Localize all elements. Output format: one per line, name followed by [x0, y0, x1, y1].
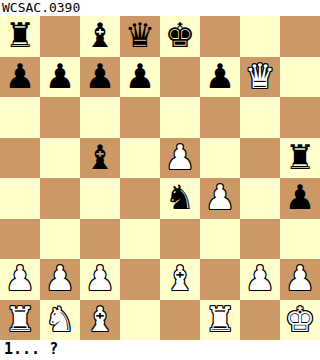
square-e2[interactable]: ♝ — [160, 259, 200, 300]
square-a8[interactable]: ♜ — [0, 16, 40, 57]
black-pawn: ♟ — [285, 180, 315, 214]
white-bishop: ♝ — [165, 261, 195, 295]
square-a6[interactable] — [0, 97, 40, 138]
black-pawn: ♟ — [205, 59, 235, 93]
square-d6[interactable] — [120, 97, 160, 138]
square-d2[interactable] — [120, 259, 160, 300]
square-b7[interactable]: ♟ — [40, 57, 80, 98]
black-knight: ♞ — [165, 180, 195, 214]
white-pawn: ♟ — [165, 140, 195, 174]
square-e4[interactable]: ♞ — [160, 178, 200, 219]
white-rook: ♜ — [205, 302, 235, 336]
square-h6[interactable] — [280, 97, 320, 138]
black-rook: ♜ — [5, 18, 35, 52]
square-f3[interactable] — [200, 219, 240, 260]
square-c5[interactable]: ♝ — [80, 138, 120, 179]
square-g2[interactable]: ♟ — [240, 259, 280, 300]
white-knight: ♞ — [45, 302, 75, 336]
square-f4[interactable]: ♟ — [200, 178, 240, 219]
square-d1[interactable] — [120, 300, 160, 341]
square-f6[interactable] — [200, 97, 240, 138]
square-e6[interactable] — [160, 97, 200, 138]
square-c7[interactable]: ♟ — [80, 57, 120, 98]
white-pawn: ♟ — [45, 261, 75, 295]
square-h7[interactable] — [280, 57, 320, 98]
move-prompt: 1... ? — [0, 340, 320, 360]
square-b8[interactable] — [40, 16, 80, 57]
square-e1[interactable] — [160, 300, 200, 341]
square-e3[interactable] — [160, 219, 200, 260]
square-d7[interactable]: ♟ — [120, 57, 160, 98]
square-h3[interactable] — [280, 219, 320, 260]
black-bishop: ♝ — [85, 18, 115, 52]
black-pawn: ♟ — [125, 59, 155, 93]
black-queen: ♛ — [125, 18, 155, 52]
square-h2[interactable]: ♟ — [280, 259, 320, 300]
square-h4[interactable]: ♟ — [280, 178, 320, 219]
square-e5[interactable]: ♟ — [160, 138, 200, 179]
black-king: ♚ — [165, 18, 195, 52]
square-f2[interactable] — [200, 259, 240, 300]
square-g7[interactable]: ♛ — [240, 57, 280, 98]
square-f5[interactable] — [200, 138, 240, 179]
square-a7[interactable]: ♟ — [0, 57, 40, 98]
white-pawn: ♟ — [85, 261, 115, 295]
square-b6[interactable] — [40, 97, 80, 138]
square-h8[interactable] — [280, 16, 320, 57]
square-g5[interactable] — [240, 138, 280, 179]
square-f7[interactable]: ♟ — [200, 57, 240, 98]
square-f8[interactable] — [200, 16, 240, 57]
square-h1[interactable]: ♚ — [280, 300, 320, 341]
black-rook: ♜ — [285, 140, 315, 174]
white-rook: ♜ — [5, 302, 35, 336]
chess-board: ♜♝♛♚♟♟♟♟♟♛♝♟♜♞♟♟♟♟♟♝♟♟♜♞♝♜♚ — [0, 16, 320, 340]
square-d5[interactable] — [120, 138, 160, 179]
square-c1[interactable]: ♝ — [80, 300, 120, 341]
square-d3[interactable] — [120, 219, 160, 260]
square-c6[interactable] — [80, 97, 120, 138]
square-d4[interactable] — [120, 178, 160, 219]
square-g6[interactable] — [240, 97, 280, 138]
square-f1[interactable]: ♜ — [200, 300, 240, 341]
square-b1[interactable]: ♞ — [40, 300, 80, 341]
square-c4[interactable] — [80, 178, 120, 219]
square-b4[interactable] — [40, 178, 80, 219]
square-a1[interactable]: ♜ — [0, 300, 40, 341]
square-g4[interactable] — [240, 178, 280, 219]
square-g1[interactable] — [240, 300, 280, 341]
black-pawn: ♟ — [85, 59, 115, 93]
white-bishop: ♝ — [85, 302, 115, 336]
square-d8[interactable]: ♛ — [120, 16, 160, 57]
square-a4[interactable] — [0, 178, 40, 219]
square-b3[interactable] — [40, 219, 80, 260]
puzzle-title: WCSAC.0390 — [0, 0, 320, 16]
black-pawn: ♟ — [45, 59, 75, 93]
square-b5[interactable] — [40, 138, 80, 179]
white-king: ♚ — [285, 302, 315, 336]
white-queen: ♛ — [245, 59, 275, 93]
square-a2[interactable]: ♟ — [0, 259, 40, 300]
chess-diagram-window: WCSAC.0390 ♜♝♛♚♟♟♟♟♟♛♝♟♜♞♟♟♟♟♟♝♟♟♜♞♝♜♚ 1… — [0, 0, 320, 360]
square-e7[interactable] — [160, 57, 200, 98]
square-e8[interactable]: ♚ — [160, 16, 200, 57]
white-pawn: ♟ — [205, 180, 235, 214]
square-g8[interactable] — [240, 16, 280, 57]
black-pawn: ♟ — [5, 59, 35, 93]
square-c2[interactable]: ♟ — [80, 259, 120, 300]
white-pawn: ♟ — [245, 261, 275, 295]
square-a3[interactable] — [0, 219, 40, 260]
square-c8[interactable]: ♝ — [80, 16, 120, 57]
square-a5[interactable] — [0, 138, 40, 179]
black-bishop: ♝ — [85, 140, 115, 174]
square-b2[interactable]: ♟ — [40, 259, 80, 300]
white-pawn: ♟ — [5, 261, 35, 295]
white-pawn: ♟ — [285, 261, 315, 295]
square-g3[interactable] — [240, 219, 280, 260]
square-h5[interactable]: ♜ — [280, 138, 320, 179]
square-c3[interactable] — [80, 219, 120, 260]
